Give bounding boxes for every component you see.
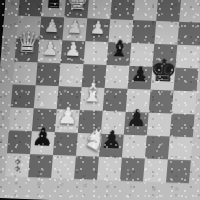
- board-grid: ♛♚♟♟♟♛♟♟♝♟♚♝♟♟♟♞♟❖ ❖: [5, 0, 200, 183]
- square-d5: [82, 64, 107, 88]
- square-c6: ♟: [60, 40, 85, 64]
- square-b4: [34, 85, 59, 109]
- square-f3: ♟: [124, 112, 149, 136]
- file-label-a: a: [4, 179, 27, 186]
- file-label-h: h: [165, 185, 188, 192]
- square-e6: ♝: [106, 42, 131, 66]
- square-b2: ♟: [30, 131, 55, 155]
- square-d1: [74, 156, 99, 180]
- square-d7: ♟: [85, 18, 110, 42]
- piece-white-pawn: ♟: [66, 19, 83, 36]
- square-c4: [57, 86, 82, 110]
- file-label-b: b: [27, 180, 50, 187]
- square-b6: ♟: [38, 39, 63, 63]
- chessboard-photo: ♛♚♟♟♟♛♟♟♝♟♚♝♟♟♟♞♟❖ ❖ 87654321abcdefgh ⊕4…: [0, 0, 200, 200]
- square-a6: ♛: [15, 39, 40, 63]
- piece-black-pawn: ♟: [130, 65, 150, 84]
- corner-ornament-icon: ❖ ❖: [13, 158, 21, 173]
- square-e4: [103, 88, 128, 112]
- square-c3: ♟: [55, 109, 80, 133]
- square-c7: ♟: [62, 17, 87, 41]
- square-f1: [120, 158, 145, 182]
- square-f4: [126, 89, 151, 113]
- square-d8: [87, 0, 112, 19]
- rank-label-5: 5: [0, 69, 12, 75]
- piece-white-pawn: ♟: [89, 19, 106, 36]
- piece-white-pawn: ♟: [64, 40, 83, 58]
- square-e3: [101, 111, 126, 135]
- square-a8: [18, 0, 43, 17]
- square-c1: [51, 155, 76, 179]
- square-h5: [174, 68, 199, 92]
- square-c8: ♚: [64, 0, 89, 18]
- square-g5: ♚: [151, 67, 176, 91]
- square-e8: [110, 0, 135, 20]
- file-label-f: f: [119, 184, 142, 191]
- square-g3: [147, 113, 172, 137]
- file-label-c: c: [50, 181, 73, 188]
- square-h1: [166, 159, 191, 183]
- piece-white-pawn: ♟: [43, 18, 60, 35]
- square-f2: [122, 135, 147, 159]
- chess-board: ♛♚♟♟♟♛♟♟♝♟♚♝♟♟♟♞♟❖ ❖ 87654321abcdefgh ⊕4…: [0, 0, 200, 200]
- rank-label-4: 4: [0, 92, 11, 98]
- piece-black-queen: ♛: [42, 0, 66, 11]
- square-a1: ❖ ❖: [5, 153, 30, 177]
- square-a4: [11, 84, 36, 108]
- square-g8: [156, 0, 181, 22]
- square-d6: [83, 41, 108, 65]
- square-a7: [16, 16, 41, 40]
- square-b1: [28, 154, 53, 178]
- square-e1: [97, 157, 122, 181]
- rank-label-3: 3: [0, 115, 9, 121]
- board-serial-text: ⊕4027: [2, 38, 8, 56]
- rank-label-7: 7: [4, 23, 16, 29]
- square-c2: [53, 132, 78, 156]
- rank-label-8: 8: [6, 0, 18, 6]
- file-label-e: e: [96, 183, 119, 190]
- square-g4: [149, 90, 174, 114]
- square-g1: [143, 159, 168, 183]
- square-d3: [78, 110, 103, 134]
- rank-label-2: 2: [0, 138, 7, 144]
- square-b8: ♛: [41, 0, 66, 17]
- square-b3: [32, 108, 57, 132]
- file-label-d: d: [73, 182, 96, 189]
- square-f6: [129, 43, 154, 67]
- square-f5: ♟: [128, 66, 153, 90]
- piece-white-pawn: ♟: [41, 39, 60, 57]
- square-c5: [59, 63, 84, 87]
- square-h8: [179, 0, 200, 23]
- square-f7: [131, 20, 156, 44]
- square-g6: [152, 44, 177, 68]
- square-a5: [13, 62, 38, 86]
- square-h6: [175, 45, 200, 69]
- square-h2: [168, 137, 193, 161]
- square-h3: [170, 114, 195, 138]
- square-e7: [108, 19, 133, 43]
- square-h7: [177, 22, 200, 46]
- square-g7: [154, 21, 179, 45]
- file-label-g: g: [142, 185, 165, 192]
- square-d4: ♝: [80, 87, 105, 111]
- rank-label-1: 1: [0, 161, 5, 167]
- square-e2: ♟: [99, 134, 124, 158]
- square-b5: [36, 62, 61, 86]
- square-f8: [133, 0, 158, 21]
- square-h4: [172, 91, 197, 115]
- square-a2: [7, 130, 32, 154]
- square-g2: [145, 136, 170, 160]
- square-b7: ♟: [39, 17, 64, 41]
- square-d2: ♞: [76, 133, 101, 157]
- piece-white-king: ♚: [65, 0, 89, 12]
- square-a3: [9, 107, 34, 131]
- square-e5: [105, 65, 130, 89]
